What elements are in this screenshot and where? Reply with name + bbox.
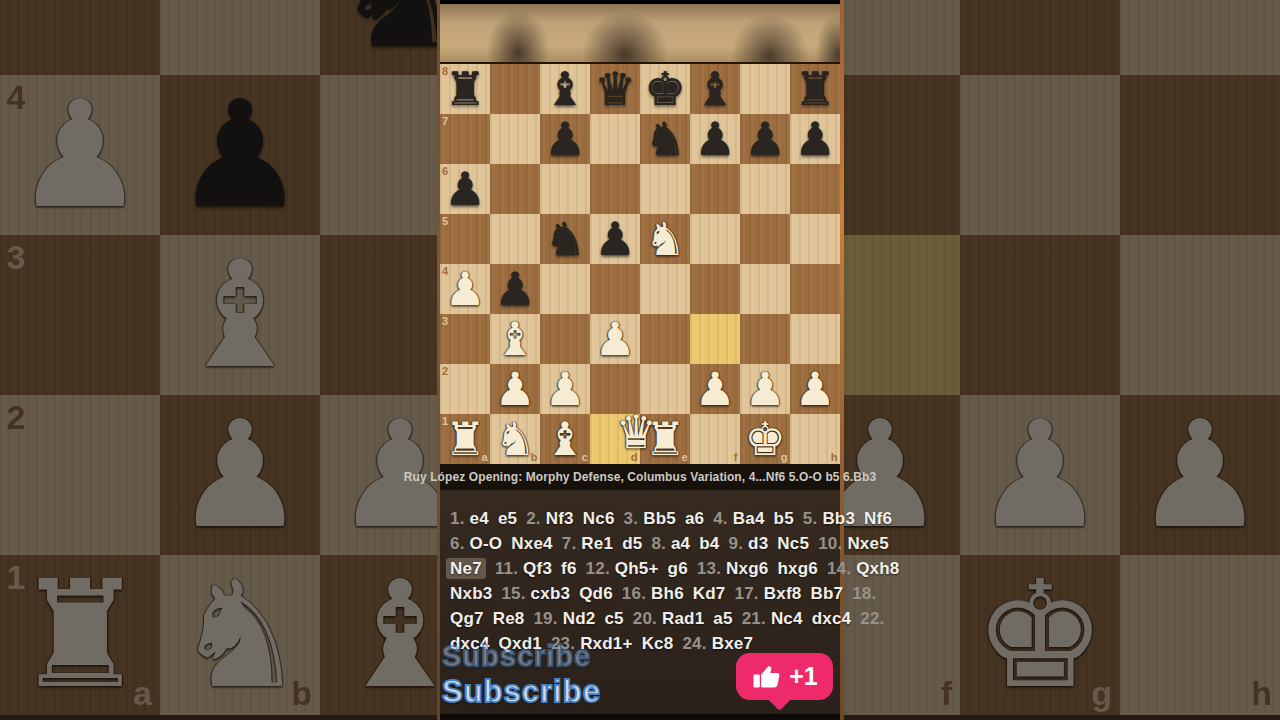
- file-label-h: h: [1251, 676, 1272, 710]
- black-pawn: ♟: [790, 114, 840, 164]
- square-f6[interactable]: [690, 164, 740, 214]
- square-b7[interactable]: [490, 114, 540, 164]
- white-pawn: ♟: [490, 364, 540, 414]
- move[interactable]: Nxe4: [511, 534, 552, 553]
- square-b5: [160, 0, 320, 75]
- white-bishop: ♝: [490, 314, 540, 364]
- move[interactable]: f6: [561, 559, 577, 578]
- move-number: 24.: [682, 634, 706, 653]
- move[interactable]: Qf3: [523, 559, 552, 578]
- square-a1[interactable]: 1a♜: [440, 414, 490, 464]
- file-label-b: b: [531, 452, 538, 463]
- move[interactable]: Kc8: [642, 634, 674, 653]
- move-number: 4.: [713, 509, 728, 528]
- move-line-2: 6.O-ONxe47.Re1d58.a4b49.d3Nc510.Nxe5: [450, 531, 832, 556]
- move[interactable]: e4: [470, 509, 489, 528]
- square-b8[interactable]: [490, 64, 540, 114]
- square-d8[interactable]: ♛: [590, 64, 640, 114]
- move[interactable]: Nc5: [777, 534, 809, 553]
- square-f4[interactable]: [690, 264, 740, 314]
- square-c5[interactable]: ♞: [540, 214, 590, 264]
- square-a5[interactable]: 5: [440, 214, 490, 264]
- square-e4[interactable]: [640, 264, 690, 314]
- move[interactable]: cxb3: [531, 584, 571, 603]
- move-number: 3.: [624, 509, 639, 528]
- black-pawn: ♟: [540, 114, 590, 164]
- square-c3[interactable]: [540, 314, 590, 364]
- file-label-e: e: [681, 452, 687, 463]
- move-number: 7.: [562, 534, 577, 553]
- move-number: 8.: [651, 534, 666, 553]
- square-b1: b♞: [160, 555, 320, 715]
- subscribe-text-ghost[interactable]: Subscribe: [442, 640, 591, 673]
- move-number: 16.: [622, 584, 646, 603]
- square-g7[interactable]: ♟: [740, 114, 790, 164]
- file-label-b: b: [291, 676, 312, 710]
- move[interactable]: Qxh8: [856, 559, 899, 578]
- rank-label-4: 4: [442, 266, 448, 277]
- move[interactable]: Nxg6: [726, 559, 768, 578]
- opening-name: Ruy López Opening: Morphy Defense, Colum…: [404, 470, 876, 484]
- square-c6[interactable]: [540, 164, 590, 214]
- square-g2[interactable]: ♟: [740, 364, 790, 414]
- square-g4: [960, 75, 1120, 235]
- move[interactable]: Nf3: [546, 509, 574, 528]
- move[interactable]: Re1: [581, 534, 613, 553]
- video-frame: 8♜♝♛♚♝♜7♟♞♟♟♟6♟5♞♟♞4♟♟3♝♟2♟♟♟♟♟1a♜b♞c♝de…: [0, 0, 1280, 720]
- square-b1[interactable]: b♞: [490, 414, 540, 464]
- square-h1[interactable]: h: [790, 414, 840, 464]
- move[interactable]: Qg7: [450, 609, 484, 628]
- rank-label-1: 1: [442, 416, 448, 427]
- square-g4[interactable]: [740, 264, 790, 314]
- move[interactable]: e5: [498, 509, 517, 528]
- square-d4[interactable]: [590, 264, 640, 314]
- square-g2: ♟: [960, 395, 1120, 555]
- white-pawn: ♟: [690, 364, 740, 414]
- move[interactable]: b5: [774, 509, 794, 528]
- white-pawn: ♟: [160, 395, 320, 555]
- square-g3[interactable]: [740, 314, 790, 364]
- square-a7[interactable]: 7: [440, 114, 490, 164]
- move[interactable]: Qd6: [579, 584, 613, 603]
- square-h5[interactable]: [790, 214, 840, 264]
- square-c1[interactable]: c♝: [540, 414, 590, 464]
- bottom-letterbox-bar: [440, 714, 840, 720]
- square-b4[interactable]: ♟: [490, 264, 540, 314]
- move[interactable]: b4: [699, 534, 719, 553]
- move[interactable]: Nc4: [771, 609, 803, 628]
- rank-label-6: 6: [442, 166, 448, 177]
- rank-label-8: 8: [442, 66, 448, 77]
- move-number: 2.: [526, 509, 541, 528]
- move[interactable]: Bb7: [810, 584, 843, 603]
- square-f7[interactable]: ♟: [690, 114, 740, 164]
- move-number: 13.: [697, 559, 721, 578]
- square-a6[interactable]: 6♟: [440, 164, 490, 214]
- white-queen: ♛: [611, 407, 661, 457]
- square-h6[interactable]: [790, 164, 840, 214]
- thumbs-up-icon: [751, 661, 783, 693]
- square-d6[interactable]: [590, 164, 640, 214]
- square-h2: ♟: [1120, 395, 1280, 555]
- rank-label-3: 3: [442, 316, 448, 327]
- video-center-column: 8♜♝♛♚♝♜7♟♞♟♟♟6♟5♞♟♞4♟♟3♝♟2♟♟♟♟♟1a♜b♞c♝de…: [440, 0, 840, 720]
- move-line-1: 1.e4e52.Nf3Nc63.Bb5a64.Ba4b55.Bb3Nf6: [450, 506, 832, 531]
- rank-label-5: 5: [442, 216, 448, 227]
- square-h3: [1120, 235, 1280, 395]
- square-g5: [960, 0, 1120, 75]
- move[interactable]: Bxe7: [712, 634, 753, 653]
- square-g1[interactable]: g♚: [740, 414, 790, 464]
- file-label-f: f: [734, 452, 738, 463]
- black-knight: ♞: [640, 114, 690, 164]
- square-a4[interactable]: 4♟: [440, 264, 490, 314]
- square-c4[interactable]: [540, 264, 590, 314]
- file-label-f: f: [941, 676, 952, 710]
- move-number: 15.: [501, 584, 525, 603]
- file-label-h: h: [831, 452, 838, 463]
- move[interactable]: dxc4: [812, 609, 852, 628]
- square-e8[interactable]: ♚: [640, 64, 690, 114]
- move-number: 1.: [450, 509, 465, 528]
- file-label-a: a: [481, 452, 487, 463]
- square-h2[interactable]: ♟: [790, 364, 840, 414]
- move-number: 21.: [742, 609, 766, 628]
- move-number: 12.: [586, 559, 610, 578]
- square-h4[interactable]: [790, 264, 840, 314]
- white-pawn: ♟: [790, 364, 840, 414]
- square-h3[interactable]: [790, 314, 840, 364]
- move-number: 14.: [827, 559, 851, 578]
- move[interactable]: Re8: [493, 609, 525, 628]
- square-h1: h: [1120, 555, 1280, 715]
- move[interactable]: a6: [685, 509, 704, 528]
- square-g1: g♚: [960, 555, 1120, 715]
- move[interactable]: Nxb3: [450, 584, 492, 603]
- move[interactable]: Nd2: [563, 609, 596, 628]
- white-pawn: ♟: [1120, 395, 1280, 555]
- square-h8[interactable]: ♜: [790, 64, 840, 114]
- move[interactable]: Bb5: [643, 509, 676, 528]
- square-d3[interactable]: ♟: [590, 314, 640, 364]
- move[interactable]: Rad1: [662, 609, 704, 628]
- move-number: 10.: [818, 534, 842, 553]
- move-line-5: Qg7Re819.Nd2c520.Rad1a521.Nc4dxc422.: [450, 606, 832, 631]
- file-label-c: c: [581, 452, 587, 463]
- black-pawn: ♟: [740, 114, 790, 164]
- white-pawn: ♟: [540, 364, 590, 414]
- current-move[interactable]: Ne7: [446, 558, 486, 579]
- move-number: 20.: [633, 609, 657, 628]
- move[interactable]: Qh5+: [615, 559, 659, 578]
- move[interactable]: O-O: [470, 534, 503, 553]
- black-rook: ♜: [790, 64, 840, 114]
- square-h7[interactable]: ♟: [790, 114, 840, 164]
- move[interactable]: Bh6: [651, 584, 684, 603]
- square-h5: [1120, 0, 1280, 75]
- square-g8[interactable]: [740, 64, 790, 114]
- rank-label-2: 2: [6, 400, 25, 434]
- square-f8[interactable]: ♝: [690, 64, 740, 114]
- square-e3[interactable]: [640, 314, 690, 364]
- square-b3[interactable]: ♝: [490, 314, 540, 364]
- square-f5[interactable]: [690, 214, 740, 264]
- white-pawn: ♟: [590, 314, 640, 364]
- black-pawn: ♟: [160, 75, 320, 235]
- rank-label-2: 2: [442, 366, 448, 377]
- square-b4: ♟: [160, 75, 320, 235]
- move[interactable]: hxg6: [777, 559, 817, 578]
- move-number: 5.: [803, 509, 818, 528]
- square-d7[interactable]: [590, 114, 640, 164]
- square-g6[interactable]: [740, 164, 790, 214]
- move[interactable]: Bb3: [822, 509, 855, 528]
- move[interactable]: Nxe5: [847, 534, 888, 553]
- like-plus-one-button[interactable]: +1: [736, 653, 833, 700]
- square-h4: [1120, 75, 1280, 235]
- square-b2[interactable]: ♟: [490, 364, 540, 414]
- black-king: ♚: [640, 64, 690, 114]
- move-number: 18.: [852, 584, 876, 603]
- plus-one-label: +1: [789, 664, 818, 689]
- square-g5[interactable]: [740, 214, 790, 264]
- move[interactable]: d3: [748, 534, 768, 553]
- square-a2: 2: [0, 395, 160, 555]
- square-a8[interactable]: 8♜: [440, 64, 490, 114]
- move-line-4: Nxb315.cxb3Qd616.Bh6Kd717.Bxf8Bb718.: [450, 581, 832, 606]
- black-pawn: ♟: [490, 264, 540, 314]
- animating-white-queen: ♛: [611, 407, 661, 457]
- black-pawn: ♟: [690, 114, 740, 164]
- move[interactable]: g6: [668, 559, 688, 578]
- file-label-g: g: [1091, 676, 1112, 710]
- rank-label-7: 7: [442, 116, 448, 127]
- square-b5[interactable]: [490, 214, 540, 264]
- move-number: 11.: [495, 559, 518, 578]
- move[interactable]: c5: [604, 609, 623, 628]
- move-number: 19.: [533, 609, 557, 628]
- square-a5: 5: [0, 0, 160, 75]
- square-f2[interactable]: ♟: [690, 364, 740, 414]
- square-e7[interactable]: ♞: [640, 114, 690, 164]
- rank-label-3: 3: [6, 240, 25, 274]
- move[interactable]: d5: [622, 534, 642, 553]
- square-c2[interactable]: ♟: [540, 364, 590, 414]
- white-knight: ♞: [640, 214, 690, 264]
- square-b2: ♟: [160, 395, 320, 555]
- rank-label-4: 4: [6, 80, 25, 114]
- black-knight: ♞: [540, 214, 590, 264]
- square-b6[interactable]: [490, 164, 540, 214]
- square-e5[interactable]: ♞: [640, 214, 690, 264]
- move[interactable]: a5: [713, 609, 732, 628]
- square-e6[interactable]: [640, 164, 690, 214]
- move[interactable]: Ba4: [733, 509, 765, 528]
- square-a1: 1a♜: [0, 555, 160, 715]
- move-number: 17.: [735, 584, 759, 603]
- move[interactable]: Nf6: [864, 509, 892, 528]
- move[interactable]: a4: [671, 534, 690, 553]
- move-number: 22.: [860, 609, 884, 628]
- move-line-3: Ne711.Qf3f612.Qh5+g613.Nxg6hxg614.Qxh8: [450, 556, 832, 581]
- move[interactable]: Kd7: [693, 584, 726, 603]
- square-b3: ♝: [160, 235, 320, 395]
- black-queen: ♛: [590, 64, 640, 114]
- white-bishop: ♝: [160, 235, 320, 395]
- white-pawn: ♟: [740, 364, 790, 414]
- square-c7[interactable]: ♟: [540, 114, 590, 164]
- square-c8[interactable]: ♝: [540, 64, 590, 114]
- subscribe-text[interactable]: Subscribe: [442, 674, 601, 710]
- chess-board[interactable]: 8♜♝♛♚♝♜7♟♞♟♟♟6♟5♞♟♞4♟♟3♝♟2♟♟♟♟♟1a♜b♞c♝de…: [440, 62, 840, 464]
- square-f3[interactable]: [690, 314, 740, 364]
- square-a2[interactable]: 2: [440, 364, 490, 414]
- square-a4: 4♟: [0, 75, 160, 235]
- black-bishop: ♝: [690, 64, 740, 114]
- rank-label-1: 1: [6, 560, 25, 594]
- black-bishop: ♝: [540, 64, 590, 114]
- blurred-board-strip: [440, 4, 840, 63]
- file-label-a: a: [133, 676, 152, 710]
- white-pawn: ♟: [960, 395, 1120, 555]
- square-a3[interactable]: 3: [440, 314, 490, 364]
- move-number: 6.: [450, 534, 465, 553]
- square-a3: 3: [0, 235, 160, 395]
- square-f1[interactable]: f: [690, 414, 740, 464]
- file-label-g: g: [781, 452, 788, 463]
- square-d5[interactable]: ♟: [590, 214, 640, 264]
- move[interactable]: Nc6: [583, 509, 615, 528]
- move-number: 9.: [729, 534, 744, 553]
- opening-caption-bar: Ruy López Opening: Morphy Defense, Colum…: [440, 464, 840, 490]
- black-pawn: ♟: [590, 214, 640, 264]
- move[interactable]: Bxf8: [764, 584, 802, 603]
- square-g3: [960, 235, 1120, 395]
